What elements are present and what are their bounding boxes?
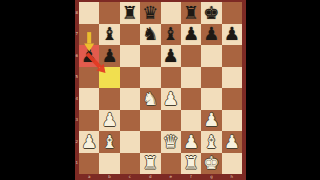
square-d3[interactable] (140, 110, 160, 132)
file-label-d: d (149, 175, 152, 179)
square-d5[interactable] (140, 67, 160, 89)
white-pawn-a2: ♟ (81, 133, 97, 151)
white-knight-d4: ♞ (142, 90, 158, 108)
square-d2[interactable] (140, 131, 160, 153)
white-rook-f1: ♜ (183, 154, 199, 172)
square-g1[interactable]: ♚ (201, 153, 221, 175)
square-a4[interactable] (79, 88, 99, 110)
white-bishop-b2: ♝ (101, 133, 117, 151)
square-c1[interactable] (120, 153, 140, 175)
square-c4[interactable] (120, 88, 140, 110)
square-a1[interactable] (79, 153, 99, 175)
square-c7[interactable] (120, 24, 140, 46)
page-background: ♜♛♜♚♝♞♝♟♟♟♟♟♟♞♟♟♟♟♝♛♟♝♟♜♜♚ abcdefgh87654… (0, 0, 320, 180)
file-label-g: g (210, 175, 213, 179)
square-g5[interactable] (201, 67, 221, 89)
file-label-a: a (88, 175, 90, 179)
square-e6[interactable]: ♟ (161, 45, 181, 67)
square-a3[interactable] (79, 110, 99, 132)
rank-label-5: 5 (76, 75, 79, 79)
white-pawn-h2: ♟ (224, 133, 240, 151)
square-d6[interactable] (140, 45, 160, 67)
file-label-f: f (190, 175, 191, 179)
white-pawn-b3: ♟ (101, 111, 117, 129)
black-pawn-f7: ♟ (183, 25, 199, 43)
square-h5[interactable] (222, 67, 242, 89)
square-c6[interactable] (120, 45, 140, 67)
square-f8[interactable]: ♜ (181, 2, 201, 24)
square-b4[interactable] (99, 88, 119, 110)
square-b3[interactable]: ♟ (99, 110, 119, 132)
square-h2[interactable]: ♟ (222, 131, 242, 153)
square-h6[interactable] (222, 45, 242, 67)
square-e5[interactable] (161, 67, 181, 89)
rank-label-2: 2 (76, 140, 79, 144)
square-g4[interactable] (201, 88, 221, 110)
black-pawn-b6: ♟ (101, 47, 117, 65)
square-h1[interactable] (222, 153, 242, 175)
square-b8[interactable] (99, 2, 119, 24)
square-c2[interactable] (120, 131, 140, 153)
square-b6[interactable]: ♟ (99, 45, 119, 67)
white-king-g1: ♚ (203, 154, 219, 172)
square-d1[interactable]: ♜ (140, 153, 160, 175)
square-a7[interactable] (79, 24, 99, 46)
square-e3[interactable] (161, 110, 181, 132)
square-f5[interactable] (181, 67, 201, 89)
square-a8[interactable] (79, 2, 99, 24)
square-g3[interactable]: ♟ (201, 110, 221, 132)
black-queen-d8: ♛ (142, 4, 158, 22)
white-bishop-g2: ♝ (203, 133, 219, 151)
square-b7[interactable]: ♝ (99, 24, 119, 46)
square-h7[interactable]: ♟ (222, 24, 242, 46)
chess-board: ♜♛♜♚♝♞♝♟♟♟♟♟♟♞♟♟♟♟♝♛♟♝♟♜♜♚ abcdefgh87654… (75, 0, 246, 180)
square-c8[interactable]: ♜ (120, 2, 140, 24)
black-pawn-h7: ♟ (224, 25, 240, 43)
square-g8[interactable]: ♚ (201, 2, 221, 24)
square-c3[interactable] (120, 110, 140, 132)
square-a5[interactable] (79, 67, 99, 89)
black-knight-d7: ♞ (142, 25, 158, 43)
file-label-h: h (231, 175, 234, 179)
black-king-g8: ♚ (203, 4, 219, 22)
square-e1[interactable] (161, 153, 181, 175)
square-e8[interactable] (161, 2, 181, 24)
square-f3[interactable] (181, 110, 201, 132)
square-e4[interactable]: ♟ (161, 88, 181, 110)
square-d4[interactable]: ♞ (140, 88, 160, 110)
square-e2[interactable]: ♛ (161, 131, 181, 153)
rank-label-3: 3 (76, 118, 79, 122)
black-pawn-a6: ♟ (81, 47, 97, 65)
square-b5[interactable] (99, 67, 119, 89)
square-c5[interactable] (120, 67, 140, 89)
white-queen-e2: ♛ (163, 133, 179, 151)
square-f4[interactable] (181, 88, 201, 110)
file-label-e: e (169, 175, 171, 179)
square-f1[interactable]: ♜ (181, 153, 201, 175)
black-pawn-e6: ♟ (163, 47, 179, 65)
black-bishop-e7: ♝ (163, 25, 179, 43)
white-pawn-f2: ♟ (183, 133, 199, 151)
square-f2[interactable]: ♟ (181, 131, 201, 153)
square-g7[interactable]: ♟ (201, 24, 221, 46)
file-label-b: b (108, 175, 111, 179)
square-g2[interactable]: ♝ (201, 131, 221, 153)
rank-label-7: 7 (76, 32, 79, 36)
square-a2[interactable]: ♟ (79, 131, 99, 153)
board-grid: ♜♛♜♚♝♞♝♟♟♟♟♟♟♞♟♟♟♟♝♛♟♝♟♜♜♚ (79, 2, 242, 174)
rank-label-1: 1 (76, 161, 79, 165)
black-pawn-g7: ♟ (203, 25, 219, 43)
white-pawn-g3: ♟ (203, 111, 219, 129)
rank-label-4: 4 (76, 97, 79, 101)
square-b2[interactable]: ♝ (99, 131, 119, 153)
square-h8[interactable] (222, 2, 242, 24)
square-f7[interactable]: ♟ (181, 24, 201, 46)
square-g6[interactable] (201, 45, 221, 67)
square-e7[interactable]: ♝ (161, 24, 181, 46)
square-h4[interactable] (222, 88, 242, 110)
white-rook-d1: ♜ (142, 154, 158, 172)
file-label-c: c (129, 175, 131, 179)
square-d7[interactable]: ♞ (140, 24, 160, 46)
black-bishop-b7: ♝ (101, 25, 117, 43)
black-rook-f8: ♜ (183, 4, 199, 22)
square-f6[interactable] (181, 45, 201, 67)
square-a6[interactable]: ♟ (79, 45, 99, 67)
square-b1[interactable] (99, 153, 119, 175)
rank-label-8: 8 (76, 11, 79, 15)
rank-label-6: 6 (76, 54, 79, 58)
square-h3[interactable] (222, 110, 242, 132)
black-rook-c8: ♜ (122, 4, 138, 22)
white-pawn-e4: ♟ (163, 90, 179, 108)
square-d8[interactable]: ♛ (140, 2, 160, 24)
